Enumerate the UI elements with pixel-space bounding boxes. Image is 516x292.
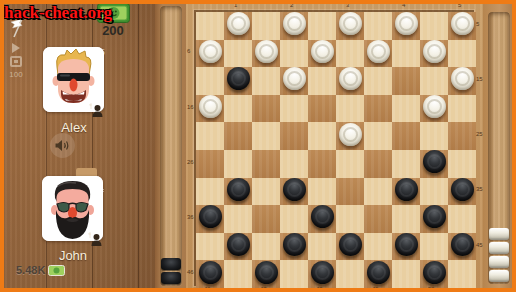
light-square	[280, 95, 308, 123]
board-coordinate: 45	[476, 242, 483, 248]
light-square	[196, 233, 224, 261]
square-1[interactable]	[224, 12, 252, 40]
white-piece[interactable]	[311, 40, 334, 63]
square-14[interactable]	[392, 67, 420, 95]
left-tray-channel	[160, 6, 182, 286]
light-square	[448, 95, 476, 123]
square-4[interactable]	[392, 12, 420, 40]
black-piece[interactable]	[423, 205, 446, 228]
light-square	[280, 40, 308, 68]
light-square	[420, 12, 448, 40]
white-piece[interactable]	[423, 95, 446, 118]
black-piece[interactable]	[423, 150, 446, 173]
light-square	[196, 67, 224, 95]
light-square	[308, 233, 336, 261]
white-piece[interactable]	[339, 12, 362, 35]
light-square	[224, 40, 252, 68]
square-8[interactable]	[308, 40, 336, 68]
square-32[interactable]	[280, 178, 308, 206]
white-piece[interactable]	[283, 12, 306, 35]
black-piece[interactable]	[227, 178, 250, 201]
board-coordinate: 50	[428, 286, 435, 292]
square-2[interactable]	[280, 12, 308, 40]
side-icon-column: 100	[6, 43, 26, 79]
white-piece[interactable]	[451, 12, 474, 35]
square-27[interactable]	[252, 150, 280, 178]
square-42[interactable]	[280, 233, 308, 261]
checkers-game-window: 100 200	[0, 0, 516, 292]
square-50[interactable]	[420, 260, 448, 288]
square-9[interactable]	[364, 40, 392, 68]
white-piece[interactable]	[423, 40, 446, 63]
light-square	[224, 95, 252, 123]
light-square	[252, 178, 280, 206]
light-square	[252, 12, 280, 40]
square-26[interactable]	[196, 150, 224, 178]
square-28[interactable]	[308, 150, 336, 178]
light-square	[196, 122, 224, 150]
light-square	[364, 122, 392, 150]
white-piece[interactable]	[283, 67, 306, 90]
light-square	[364, 12, 392, 40]
square-44[interactable]	[392, 233, 420, 261]
white-piece[interactable]	[367, 40, 390, 63]
rating-value: 100	[9, 70, 22, 79]
board-grid-icon[interactable]	[10, 56, 22, 67]
square-15[interactable]	[448, 67, 476, 95]
captured-white-piece	[489, 270, 509, 282]
light-square	[448, 40, 476, 68]
board-coordinate: 3	[346, 2, 349, 8]
square-33[interactable]	[336, 178, 364, 206]
light-square	[336, 260, 364, 288]
watermark: hack-cheat.org	[4, 3, 112, 23]
square-46[interactable]	[196, 260, 224, 288]
white-piece[interactable]	[255, 40, 278, 63]
board-coordinate: 5	[476, 21, 479, 27]
white-piece[interactable]	[451, 67, 474, 90]
square-37[interactable]	[252, 205, 280, 233]
light-square	[224, 150, 252, 178]
profile-icon[interactable]	[89, 103, 103, 122]
square-3[interactable]	[336, 12, 364, 40]
square-25[interactable]	[448, 122, 476, 150]
square-43[interactable]	[336, 233, 364, 261]
black-piece[interactable]	[311, 205, 334, 228]
bet-amount: 200	[93, 23, 133, 38]
light-square	[364, 178, 392, 206]
board-coordinate: 25	[476, 131, 483, 137]
captured-black-tray	[155, 0, 186, 292]
square-13[interactable]	[336, 67, 364, 95]
square-36[interactable]	[196, 205, 224, 233]
light-square	[252, 233, 280, 261]
light-square	[392, 205, 420, 233]
light-square	[308, 122, 336, 150]
square-45[interactable]	[448, 233, 476, 261]
light-square	[364, 67, 392, 95]
light-square	[448, 260, 476, 288]
square-16[interactable]	[196, 95, 224, 123]
black-piece[interactable]	[451, 233, 474, 256]
board-coordinate: 46	[187, 269, 194, 275]
white-piece[interactable]	[199, 40, 222, 63]
square-38[interactable]	[308, 205, 336, 233]
board-coordinate: 48	[316, 286, 323, 292]
board-coordinate: 16	[187, 104, 194, 110]
board-coordinate: 26	[187, 159, 194, 165]
square-12[interactable]	[280, 67, 308, 95]
light-square	[392, 40, 420, 68]
light-square	[308, 67, 336, 95]
captured-black-piece	[161, 272, 181, 284]
captured-white-piece	[489, 228, 509, 240]
right-tray-channel	[488, 12, 510, 284]
square-21[interactable]	[224, 122, 252, 150]
sidebar: 100 200	[0, 0, 155, 292]
captured-white-tray	[483, 0, 516, 292]
white-piece[interactable]	[227, 12, 250, 35]
board-coordinate: 36	[187, 214, 194, 220]
square-47[interactable]	[252, 260, 280, 288]
black-piece[interactable]	[311, 261, 334, 284]
board-coordinate: 1	[234, 2, 237, 8]
board-coordinate: 35	[476, 186, 483, 192]
light-square	[280, 260, 308, 288]
square-18[interactable]	[308, 95, 336, 123]
white-piece[interactable]	[199, 95, 222, 118]
money-chip-icon	[48, 265, 65, 276]
light-square	[224, 205, 252, 233]
balance: 5.48K	[16, 264, 65, 276]
light-square	[420, 233, 448, 261]
board-frame: 123454647484950616263646515253545	[186, 0, 483, 292]
square-6[interactable]	[196, 40, 224, 68]
light-square	[336, 95, 364, 123]
light-square	[280, 205, 308, 233]
black-piece[interactable]	[367, 261, 390, 284]
square-34[interactable]	[392, 178, 420, 206]
captured-white-piece	[489, 242, 509, 254]
square-11[interactable]	[224, 67, 252, 95]
light-square	[196, 178, 224, 206]
light-square	[308, 12, 336, 40]
light-square	[336, 150, 364, 178]
captured-white-piece	[489, 256, 509, 268]
square-19[interactable]	[364, 95, 392, 123]
square-7[interactable]	[252, 40, 280, 68]
black-piece[interactable]	[395, 178, 418, 201]
profile-icon[interactable]	[88, 232, 102, 251]
square-24[interactable]	[392, 122, 420, 150]
board-coordinate: 49	[372, 286, 379, 292]
timer-john: 3	[97, 179, 104, 190]
board-coordinate: 15	[476, 76, 483, 82]
balance-amount: 5.48K	[16, 264, 45, 276]
white-piece[interactable]	[339, 123, 362, 146]
square-49[interactable]	[364, 260, 392, 288]
light-square	[364, 233, 392, 261]
light-square	[420, 178, 448, 206]
board-coordinate: 2	[290, 2, 293, 8]
black-piece[interactable]	[283, 233, 306, 256]
square-39[interactable]	[364, 205, 392, 233]
light-square	[224, 260, 252, 288]
black-piece[interactable]	[283, 178, 306, 201]
square-17[interactable]	[252, 95, 280, 123]
black-piece[interactable]	[199, 261, 222, 284]
light-square	[392, 260, 420, 288]
black-piece[interactable]	[395, 233, 418, 256]
square-31[interactable]	[224, 178, 252, 206]
light-square	[420, 122, 448, 150]
black-piece[interactable]	[227, 233, 250, 256]
square-30[interactable]	[420, 150, 448, 178]
captured-black-piece	[161, 258, 181, 270]
square-41[interactable]	[224, 233, 252, 261]
light-square	[336, 205, 364, 233]
light-square	[280, 150, 308, 178]
square-29[interactable]	[364, 150, 392, 178]
square-40[interactable]	[420, 205, 448, 233]
black-piece[interactable]	[255, 261, 278, 284]
board-coordinate: 47	[260, 286, 267, 292]
black-piece[interactable]	[227, 67, 250, 90]
light-square	[392, 150, 420, 178]
black-piece[interactable]	[339, 233, 362, 256]
light-square	[448, 150, 476, 178]
black-piece[interactable]	[423, 261, 446, 284]
black-piece[interactable]	[199, 205, 222, 228]
light-square	[420, 67, 448, 95]
board-coordinate: 46	[204, 286, 211, 292]
white-piece[interactable]	[339, 67, 362, 90]
speaker-icon	[55, 139, 70, 152]
square-35[interactable]	[448, 178, 476, 206]
square-20[interactable]	[420, 95, 448, 123]
board-coordinate: 6	[187, 48, 190, 54]
square-48[interactable]	[308, 260, 336, 288]
light-square	[392, 95, 420, 123]
board-coordinate: 4	[402, 2, 405, 8]
square-5[interactable]	[448, 12, 476, 40]
light-square	[196, 12, 224, 40]
square-22[interactable]	[280, 122, 308, 150]
black-piece[interactable]	[451, 178, 474, 201]
white-piece[interactable]	[395, 12, 418, 35]
light-square	[252, 67, 280, 95]
light-square	[448, 205, 476, 233]
timer-alex: 15	[95, 48, 105, 59]
player-name-top: Alex	[34, 120, 114, 135]
light-square	[336, 40, 364, 68]
square-23[interactable]	[336, 122, 364, 150]
light-square	[308, 178, 336, 206]
sound-button[interactable]	[50, 133, 75, 158]
light-square	[252, 122, 280, 150]
play-icon[interactable]	[12, 43, 20, 53]
board	[194, 10, 474, 286]
square-10[interactable]	[420, 40, 448, 68]
board-coordinate: 5	[458, 2, 461, 8]
